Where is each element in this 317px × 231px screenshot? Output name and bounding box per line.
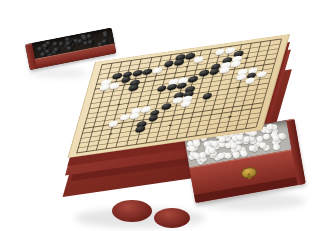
tray-stone-white bbox=[224, 152, 232, 159]
go-stone-black bbox=[202, 92, 213, 100]
tray-stone-black bbox=[53, 47, 60, 53]
go-stone-black bbox=[160, 103, 171, 111]
tray-stone-white bbox=[233, 151, 241, 158]
tray-stone-black bbox=[102, 32, 109, 38]
tray-stone-white bbox=[262, 133, 270, 140]
table-foot bbox=[154, 208, 190, 228]
go-table-scene bbox=[0, 0, 317, 231]
tray-stone-white bbox=[265, 123, 273, 130]
go-stone-white bbox=[193, 56, 204, 64]
go-stone-white bbox=[108, 120, 119, 128]
tray-stone-white bbox=[240, 150, 248, 157]
tray-stone-white bbox=[272, 143, 280, 150]
tray-stone-black bbox=[52, 41, 59, 47]
ground-shadow bbox=[28, 68, 88, 78]
go-stone-white bbox=[109, 82, 120, 90]
tray-stone-black bbox=[86, 33, 93, 39]
table-foot bbox=[112, 200, 152, 222]
go-stone-white bbox=[256, 70, 267, 78]
go-stone-black bbox=[187, 76, 198, 84]
go-stone-white bbox=[152, 67, 163, 75]
